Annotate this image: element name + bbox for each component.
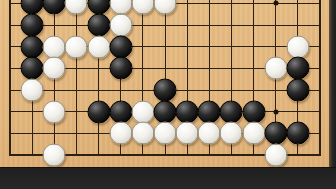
white-stone [109, 13, 132, 36]
black-stone [220, 100, 243, 123]
black-stone [198, 100, 221, 123]
white-stone [21, 78, 44, 101]
black-stone [154, 100, 177, 123]
grid-line-horizontal [9, 25, 321, 26]
white-stone [109, 122, 132, 145]
black-stone [154, 78, 177, 101]
white-stone [131, 100, 154, 123]
black-stone [242, 100, 265, 123]
white-stone [286, 35, 309, 58]
white-stone [65, 0, 88, 15]
white-stone [220, 122, 243, 145]
white-stone [131, 122, 154, 145]
black-stone [286, 78, 309, 101]
white-stone [198, 122, 221, 145]
black-stone [109, 57, 132, 80]
white-stone [242, 122, 265, 145]
black-stone [87, 100, 110, 123]
bottom-letterbox-bar [0, 167, 336, 189]
black-stone [21, 13, 44, 36]
white-stone [154, 122, 177, 145]
star-point [273, 109, 278, 114]
black-stone [21, 57, 44, 80]
white-stone [43, 35, 66, 58]
black-stone [286, 122, 309, 145]
white-stone [131, 0, 154, 15]
white-stone [43, 100, 66, 123]
black-stone [264, 122, 287, 145]
white-stone [43, 57, 66, 80]
white-stone [154, 0, 177, 15]
black-stone [109, 35, 132, 58]
black-stone [109, 100, 132, 123]
white-stone [87, 35, 110, 58]
white-stone [264, 57, 287, 80]
black-stone [176, 100, 199, 123]
go-board[interactable] [0, 0, 336, 189]
white-stone [264, 144, 287, 167]
black-stone [21, 35, 44, 58]
black-stone [286, 57, 309, 80]
star-point [273, 1, 278, 6]
black-stone [43, 0, 66, 15]
white-stone [65, 35, 88, 58]
white-stone [176, 122, 199, 145]
go-app-window [0, 0, 336, 189]
black-stone [87, 13, 110, 36]
right-dark-strip [329, 0, 336, 189]
white-stone [43, 144, 66, 167]
